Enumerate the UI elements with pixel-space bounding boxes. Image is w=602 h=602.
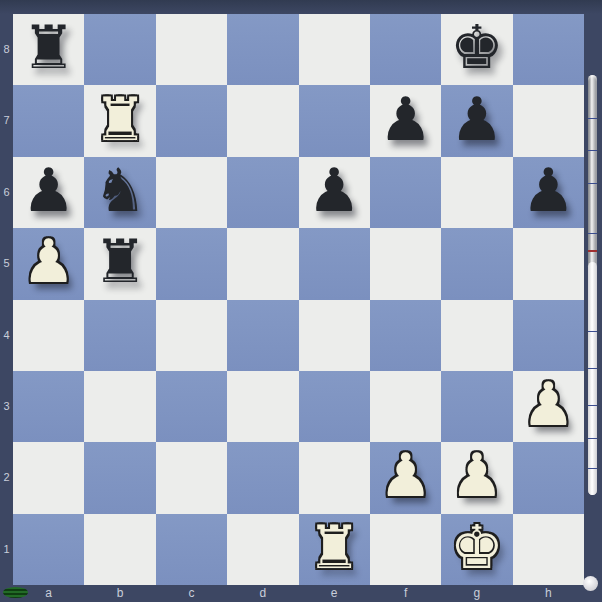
rank-labels: 87654321 bbox=[0, 14, 13, 585]
square-b3[interactable] bbox=[84, 371, 155, 442]
square-b8[interactable] bbox=[84, 14, 155, 85]
square-e7[interactable] bbox=[299, 85, 370, 156]
square-h2[interactable] bbox=[513, 442, 584, 513]
black-pawn[interactable]: ♟ bbox=[450, 84, 504, 155]
status-indicator-green bbox=[3, 587, 28, 598]
square-a5[interactable]: ♟ bbox=[13, 228, 84, 299]
black-king[interactable]: ♚ bbox=[450, 12, 504, 83]
square-g2[interactable]: ♟ bbox=[441, 442, 512, 513]
evaluation-tick bbox=[588, 468, 597, 469]
rank-label-7: 7 bbox=[0, 85, 13, 156]
square-c8[interactable] bbox=[156, 14, 227, 85]
square-b4[interactable] bbox=[84, 300, 155, 371]
white-king[interactable]: ♚ bbox=[450, 512, 504, 583]
square-a2[interactable] bbox=[13, 442, 84, 513]
black-pawn[interactable]: ♟ bbox=[307, 155, 361, 226]
square-a7[interactable] bbox=[13, 85, 84, 156]
file-label-b: b bbox=[84, 585, 155, 602]
black-rook[interactable]: ♜ bbox=[22, 12, 76, 83]
square-g7[interactable]: ♟ bbox=[441, 85, 512, 156]
file-label-f: f bbox=[370, 585, 441, 602]
rank-label-2: 2 bbox=[0, 442, 13, 513]
square-d3[interactable] bbox=[227, 371, 298, 442]
square-f6[interactable] bbox=[370, 157, 441, 228]
square-h4[interactable] bbox=[513, 300, 584, 371]
rank-label-1: 1 bbox=[0, 514, 13, 585]
square-a3[interactable] bbox=[13, 371, 84, 442]
white-pawn[interactable]: ♟ bbox=[450, 440, 504, 511]
square-e3[interactable] bbox=[299, 371, 370, 442]
black-pawn[interactable]: ♟ bbox=[379, 84, 433, 155]
square-d4[interactable] bbox=[227, 300, 298, 371]
evaluation-tick bbox=[588, 183, 597, 184]
square-e4[interactable] bbox=[299, 300, 370, 371]
square-c1[interactable] bbox=[156, 514, 227, 585]
square-a6[interactable]: ♟ bbox=[13, 157, 84, 228]
square-c2[interactable] bbox=[156, 442, 227, 513]
square-d1[interactable] bbox=[227, 514, 298, 585]
black-knight[interactable]: ♞ bbox=[93, 155, 147, 226]
evaluation-tick bbox=[588, 331, 597, 332]
black-pawn[interactable]: ♟ bbox=[22, 155, 76, 226]
file-label-d: d bbox=[227, 585, 298, 602]
white-rook[interactable]: ♜ bbox=[93, 84, 147, 155]
square-a1[interactable] bbox=[13, 514, 84, 585]
square-e2[interactable] bbox=[299, 442, 370, 513]
square-e5[interactable] bbox=[299, 228, 370, 299]
square-e6[interactable]: ♟ bbox=[299, 157, 370, 228]
white-rook[interactable]: ♜ bbox=[307, 512, 361, 583]
square-f5[interactable] bbox=[370, 228, 441, 299]
file-label-g: g bbox=[441, 585, 512, 602]
evaluation-tick bbox=[588, 150, 597, 151]
square-h8[interactable] bbox=[513, 14, 584, 85]
square-h1[interactable] bbox=[513, 514, 584, 585]
white-pawn[interactable]: ♟ bbox=[521, 369, 575, 440]
square-c7[interactable] bbox=[156, 85, 227, 156]
square-d7[interactable] bbox=[227, 85, 298, 156]
square-g8[interactable]: ♚ bbox=[441, 14, 512, 85]
square-h3[interactable]: ♟ bbox=[513, 371, 584, 442]
square-h5[interactable] bbox=[513, 228, 584, 299]
file-labels: abcdefgh bbox=[13, 585, 584, 602]
square-a8[interactable]: ♜ bbox=[13, 14, 84, 85]
evaluation-bar-thumb bbox=[588, 262, 597, 495]
square-f1[interactable] bbox=[370, 514, 441, 585]
rank-label-8: 8 bbox=[0, 14, 13, 85]
evaluation-tick bbox=[588, 405, 597, 406]
square-c3[interactable] bbox=[156, 371, 227, 442]
black-rook[interactable]: ♜ bbox=[93, 226, 147, 297]
square-d6[interactable] bbox=[227, 157, 298, 228]
evaluation-zero-marker bbox=[588, 250, 597, 252]
square-c6[interactable] bbox=[156, 157, 227, 228]
chess-app-frame: ♜♚♜♟♟♟♞♟♟♟♜♟♟♟♜♚ 87654321 abcdefgh bbox=[0, 0, 602, 602]
evaluation-tick bbox=[588, 368, 597, 369]
square-g1[interactable]: ♚ bbox=[441, 514, 512, 585]
square-f4[interactable] bbox=[370, 300, 441, 371]
rank-label-4: 4 bbox=[0, 300, 13, 371]
square-d8[interactable] bbox=[227, 14, 298, 85]
square-a4[interactable] bbox=[13, 300, 84, 371]
white-pawn[interactable]: ♟ bbox=[22, 226, 76, 297]
square-d2[interactable] bbox=[227, 442, 298, 513]
square-e8[interactable] bbox=[299, 14, 370, 85]
square-b5[interactable]: ♜ bbox=[84, 228, 155, 299]
side-to-move-indicator bbox=[583, 576, 598, 591]
square-g3[interactable] bbox=[441, 371, 512, 442]
file-label-e: e bbox=[299, 585, 370, 602]
rank-label-5: 5 bbox=[0, 228, 13, 299]
black-pawn[interactable]: ♟ bbox=[521, 155, 575, 226]
square-b1[interactable] bbox=[84, 514, 155, 585]
file-label-h: h bbox=[513, 585, 584, 602]
square-f7[interactable]: ♟ bbox=[370, 85, 441, 156]
board: ♜♚♜♟♟♟♞♟♟♟♜♟♟♟♜♚ bbox=[13, 14, 584, 585]
square-f8[interactable] bbox=[370, 14, 441, 85]
evaluation-tick bbox=[588, 233, 597, 234]
square-g4[interactable] bbox=[441, 300, 512, 371]
square-h7[interactable] bbox=[513, 85, 584, 156]
square-c5[interactable] bbox=[156, 228, 227, 299]
square-c4[interactable] bbox=[156, 300, 227, 371]
rank-label-3: 3 bbox=[0, 371, 13, 442]
square-e1[interactable]: ♜ bbox=[299, 514, 370, 585]
square-g5[interactable] bbox=[441, 228, 512, 299]
square-b7[interactable]: ♜ bbox=[84, 85, 155, 156]
square-f2[interactable]: ♟ bbox=[370, 442, 441, 513]
file-label-c: c bbox=[156, 585, 227, 602]
square-f3[interactable] bbox=[370, 371, 441, 442]
square-h6[interactable]: ♟ bbox=[513, 157, 584, 228]
rank-label-6: 6 bbox=[0, 157, 13, 228]
evaluation-tick bbox=[588, 438, 597, 439]
square-d5[interactable] bbox=[227, 228, 298, 299]
square-b2[interactable] bbox=[84, 442, 155, 513]
square-g6[interactable] bbox=[441, 157, 512, 228]
evaluation-tick bbox=[588, 118, 597, 119]
white-pawn[interactable]: ♟ bbox=[379, 440, 433, 511]
square-b6[interactable]: ♞ bbox=[84, 157, 155, 228]
